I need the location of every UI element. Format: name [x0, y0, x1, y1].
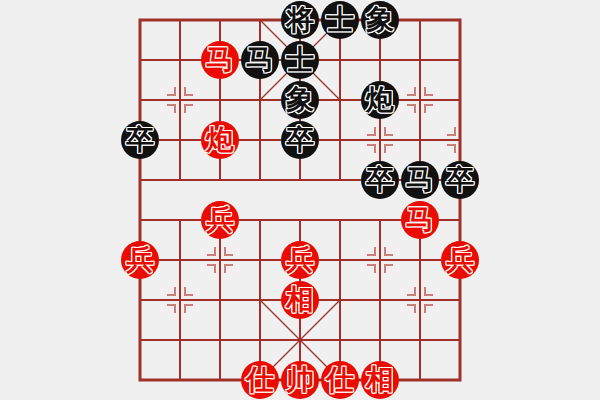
black-general-piece[interactable]: 将: [281, 1, 319, 39]
red-horse-piece[interactable]: 马: [201, 41, 239, 79]
black-soldier-piece[interactable]: 卒: [441, 161, 479, 199]
red-cannon-piece[interactable]: 炮: [201, 121, 239, 159]
red-advisor-piece[interactable]: 仕: [321, 361, 359, 399]
black-horse-piece[interactable]: 马: [241, 41, 279, 79]
red-soldier-piece[interactable]: 兵: [281, 241, 319, 279]
black-soldier-piece[interactable]: 卒: [121, 121, 159, 159]
red-soldier-piece[interactable]: 兵: [121, 241, 159, 279]
red-advisor-piece[interactable]: 仕: [241, 361, 279, 399]
board-intersections-grid: 将士象马马士象炮卒炮卒卒马卒兵马兵兵兵相仕帅仕相: [120, 0, 480, 400]
black-advisor-piece[interactable]: 士: [281, 41, 319, 79]
black-soldier-piece[interactable]: 卒: [361, 161, 399, 199]
red-elephant-piece[interactable]: 相: [361, 361, 399, 399]
xiangqi-board: 将士象马马士象炮卒炮卒卒马卒兵马兵兵兵相仕帅仕相: [0, 0, 600, 400]
black-elephant-piece[interactable]: 象: [361, 1, 399, 39]
red-horse-piece[interactable]: 马: [401, 201, 439, 239]
black-cannon-piece[interactable]: 炮: [361, 81, 399, 119]
black-soldier-piece[interactable]: 卒: [281, 121, 319, 159]
black-advisor-piece[interactable]: 士: [321, 1, 359, 39]
red-soldier-piece[interactable]: 兵: [201, 201, 239, 239]
red-soldier-piece[interactable]: 兵: [441, 241, 479, 279]
red-elephant-piece[interactable]: 相: [281, 281, 319, 319]
black-horse-piece[interactable]: 马: [401, 161, 439, 199]
red-general-piece[interactable]: 帅: [281, 361, 319, 399]
black-elephant-piece[interactable]: 象: [281, 81, 319, 119]
